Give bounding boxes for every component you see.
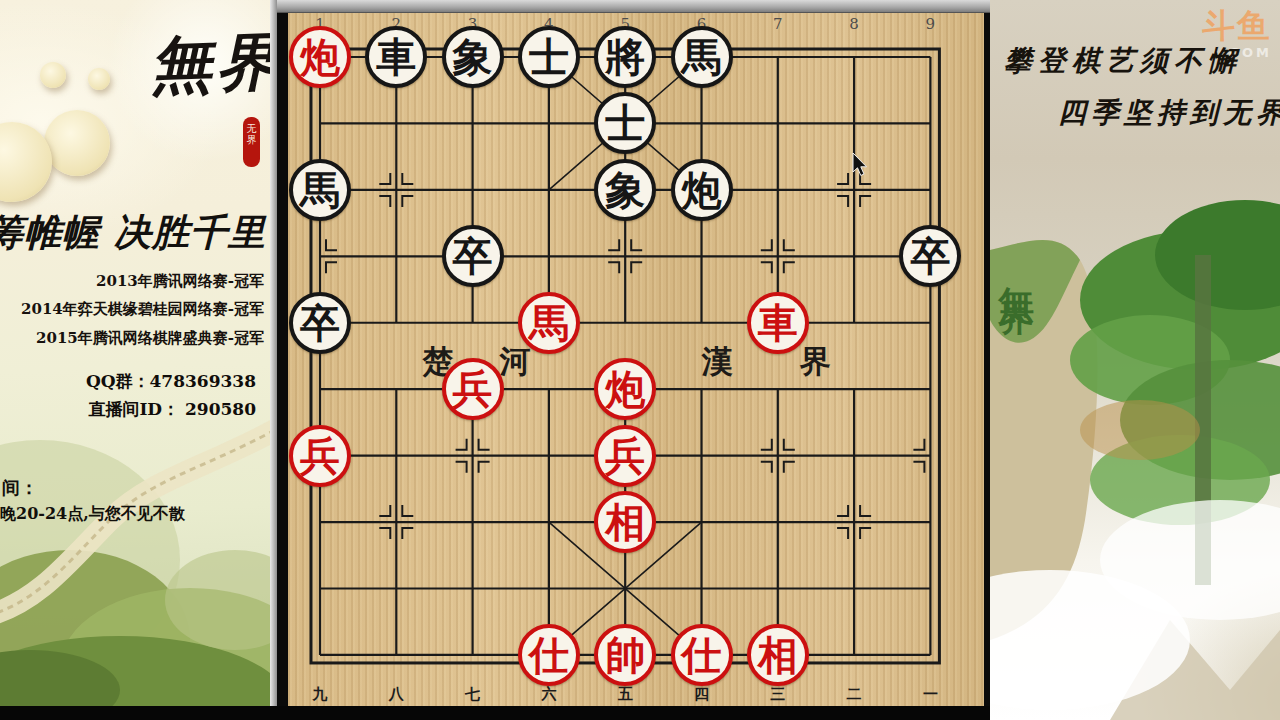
- poem-line-1: 攀登棋艺须不懈: [1004, 42, 1242, 80]
- file-label-top: 8: [839, 15, 869, 33]
- piece-black-象[interactable]: 象: [442, 26, 504, 88]
- piece-red-炮[interactable]: 炮: [594, 358, 656, 420]
- file-label-bottom: 九: [305, 685, 335, 704]
- motto-calligraphy: 筹帷幄 决胜千里: [0, 208, 270, 258]
- poem-line-2: 四季坚持到无界: [1058, 94, 1280, 132]
- achievement-line: 2014年弈天棋缘碧桂园网络赛-冠军: [21, 300, 264, 319]
- piece-red-仕[interactable]: 仕: [671, 624, 733, 686]
- mouse-cursor: [852, 153, 870, 179]
- stream-screen: 無界 无界 筹帷幄 决胜千里 2013年腾讯网络赛-冠军 2014年弈天棋缘碧桂…: [0, 0, 1280, 720]
- piece-black-車[interactable]: 車: [365, 26, 427, 88]
- file-label-bottom: 三: [763, 685, 793, 704]
- river-char: 漢: [697, 341, 737, 383]
- achievement-line: 2015年腾讯网络棋牌盛典赛-冠军: [36, 329, 264, 348]
- piece-black-卒[interactable]: 卒: [442, 225, 504, 287]
- qq-group-number: QQ群：478369338: [86, 370, 256, 393]
- piece-red-馬[interactable]: 馬: [518, 292, 580, 354]
- file-label-bottom: 一: [915, 685, 945, 704]
- photo-xiangqi-piece: [40, 62, 66, 88]
- piece-black-卒[interactable]: 卒: [289, 292, 351, 354]
- piece-red-兵[interactable]: 兵: [289, 425, 351, 487]
- piece-black-象[interactable]: 象: [594, 159, 656, 221]
- piece-black-馬[interactable]: 馬: [671, 26, 733, 88]
- piece-black-馬[interactable]: 馬: [289, 159, 351, 221]
- board-top-bar: [277, 0, 990, 13]
- schedule-text: 晚20-24点,与您不见不散: [0, 504, 185, 525]
- piece-red-炮[interactable]: 炮: [289, 26, 351, 88]
- piece-black-炮[interactable]: 炮: [671, 159, 733, 221]
- left-banner-panel: 無界 无界 筹帷幄 决胜千里 2013年腾讯网络赛-冠军 2014年弈天棋缘碧桂…: [0, 0, 270, 706]
- stream-room-id: 直播间ID： 290580: [88, 398, 256, 421]
- piece-red-兵[interactable]: 兵: [442, 358, 504, 420]
- piece-red-相[interactable]: 相: [747, 624, 809, 686]
- bottom-black-bar: [0, 706, 990, 720]
- file-label-bottom: 六: [534, 685, 564, 704]
- photo-xiangqi-piece: [88, 68, 110, 90]
- piece-red-相[interactable]: 相: [594, 491, 656, 553]
- vertical-brand-calligraphy: 無界: [992, 258, 1041, 286]
- file-label-bottom: 五: [610, 685, 640, 704]
- red-seal-stamp: 无界: [243, 117, 260, 167]
- file-label-bottom: 七: [458, 685, 488, 704]
- right-banner-panel: 斗鱼 .COM 攀登棋艺须不懈 四季坚持到无界 無界: [990, 0, 1280, 720]
- piece-red-仕[interactable]: 仕: [518, 624, 580, 686]
- achievement-line: 2013年腾讯网络赛-冠军: [96, 272, 264, 291]
- file-label-bottom: 二: [839, 685, 869, 704]
- piece-red-兵[interactable]: 兵: [594, 425, 656, 487]
- file-label-top: 9: [915, 15, 945, 33]
- file-label-bottom: 四: [687, 685, 717, 704]
- panel-divider: [270, 0, 277, 706]
- photo-xiangqi-piece: [44, 110, 110, 176]
- xiangqi-board[interactable]: 123456789 九八七六五四三二一 楚河漢界 炮車象士將馬士馬象炮卒卒卒馬車…: [288, 13, 984, 707]
- brand-calligraphy: 無界: [130, 11, 270, 126]
- piece-red-帥[interactable]: 帥: [594, 624, 656, 686]
- file-label-bottom: 八: [381, 685, 411, 704]
- river-char: 界: [795, 341, 835, 383]
- piece-red-車[interactable]: 車: [747, 292, 809, 354]
- schedule-label: 间：: [2, 476, 38, 500]
- file-label-top: 7: [763, 15, 793, 33]
- piece-black-將[interactable]: 將: [594, 26, 656, 88]
- xiangqi-board-frame: 123456789 九八七六五四三二一 楚河漢界 炮車象士將馬士馬象炮卒卒卒馬車…: [277, 0, 990, 720]
- piece-black-士[interactable]: 士: [518, 26, 580, 88]
